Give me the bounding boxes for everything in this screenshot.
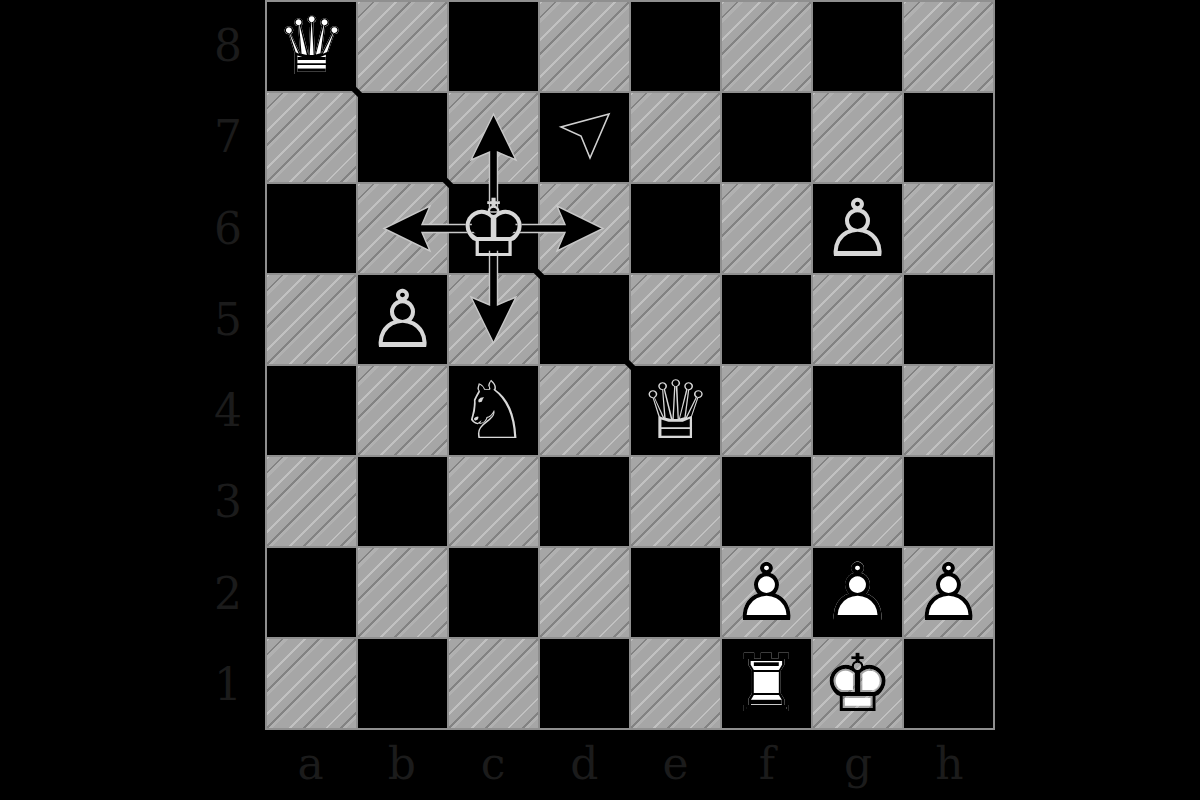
rank-label-5: 5 xyxy=(196,274,260,365)
rank-label-2: 2 xyxy=(196,548,260,639)
king-arrow-up-icon xyxy=(471,114,516,212)
file-label-g: g xyxy=(813,732,904,794)
annotations-overlay xyxy=(265,0,995,730)
rank-labels: 87654321 xyxy=(196,0,260,730)
rank-label-7: 7 xyxy=(196,91,260,182)
king-arrow-left-icon xyxy=(384,206,476,251)
file-label-d: d xyxy=(539,732,630,794)
file-label-e: e xyxy=(630,732,721,794)
file-labels: abcdefgh xyxy=(265,732,995,794)
rank-label-3: 3 xyxy=(196,456,260,547)
file-label-h: h xyxy=(904,732,995,794)
king-arrow-down-icon xyxy=(471,245,516,343)
file-label-a: a xyxy=(265,732,356,794)
rank-label-6: 6 xyxy=(196,183,260,274)
chess-diagram: 87654321 ♛♕♚♔♟♙♟♙♞♘♛♕♟♙♟♙♟♙♜♖♚♔ abcdefgh xyxy=(0,0,1200,800)
file-label-b: b xyxy=(356,732,447,794)
king-arrow-right-icon xyxy=(511,206,603,251)
file-label-c: c xyxy=(448,732,539,794)
file-label-f: f xyxy=(721,732,812,794)
rank-label-8: 8 xyxy=(196,0,260,91)
rank-label-4: 4 xyxy=(196,365,260,456)
cursor-icon xyxy=(561,114,609,158)
rank-label-1: 1 xyxy=(196,639,260,730)
